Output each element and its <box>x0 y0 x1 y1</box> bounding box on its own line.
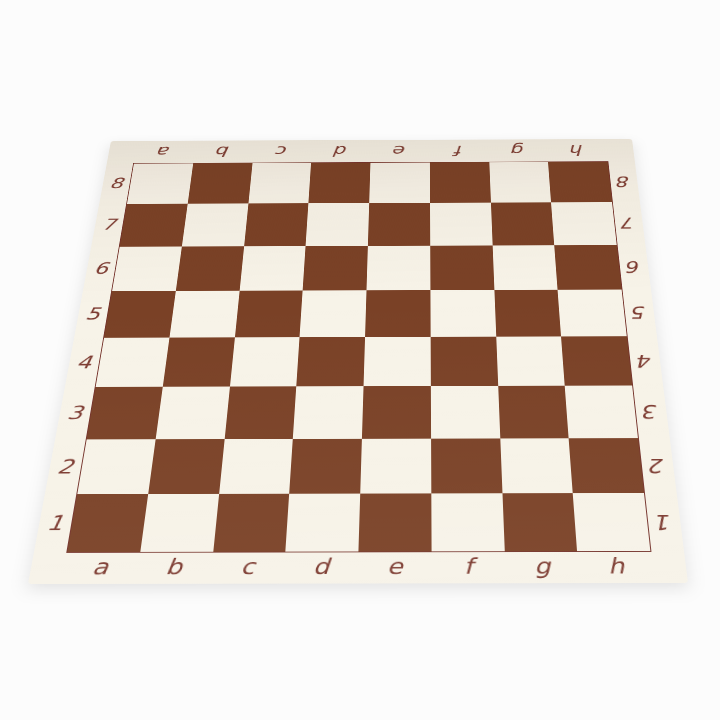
file-label-bottom-b: b <box>135 553 212 581</box>
file-label-top-g: g <box>488 139 548 160</box>
square-b5[interactable] <box>169 291 239 338</box>
rank-label-left-2-text: 2 <box>56 457 75 477</box>
square-f5[interactable] <box>430 290 496 337</box>
file-label-top-a-text: a <box>157 144 172 158</box>
file-label-top-e-text: e <box>394 143 407 157</box>
rank-label-left-3-text: 3 <box>66 404 84 423</box>
square-g8[interactable] <box>489 162 551 203</box>
square-c7[interactable] <box>244 203 309 246</box>
rank-label-left-7-text: 7 <box>101 217 117 232</box>
square-h2[interactable] <box>569 438 644 493</box>
file-label-bottom-h-text: h <box>607 555 625 577</box>
rank-label-right-8-text: 8 <box>616 174 631 188</box>
square-a6[interactable] <box>112 246 182 291</box>
square-d5[interactable] <box>300 290 367 337</box>
square-c3[interactable] <box>224 387 296 439</box>
square-c2[interactable] <box>219 439 293 494</box>
file-label-bottom-g: g <box>505 552 580 580</box>
square-c8[interactable] <box>248 163 311 204</box>
file-label-top-h: h <box>547 139 608 160</box>
square-a7[interactable] <box>120 204 188 247</box>
photo-background: abcdefgh abcdefgh 87654321 87654321 <box>0 0 720 720</box>
file-label-top-f-text: f <box>456 143 464 157</box>
rank-label-right-4: 4 <box>628 336 663 386</box>
file-label-bottom-g-text: g <box>534 555 552 577</box>
file-label-top-h-text: h <box>570 143 584 157</box>
rank-label-left-5-text: 5 <box>84 306 101 323</box>
square-g1[interactable] <box>502 493 577 551</box>
square-b1[interactable] <box>140 494 219 552</box>
rank-label-left-8-text: 8 <box>108 176 124 190</box>
square-d6[interactable] <box>303 246 368 291</box>
file-label-bottom-d-text: d <box>312 555 329 577</box>
square-a4[interactable] <box>96 338 170 387</box>
rank-label-right-2-text: 2 <box>649 456 667 476</box>
square-c1[interactable] <box>213 494 290 552</box>
file-label-bottom-c-text: c <box>240 556 256 578</box>
file-label-bottom-f: f <box>432 552 506 580</box>
file-label-bottom-b-text: b <box>165 556 184 578</box>
file-label-top-b-text: b <box>216 144 231 158</box>
square-b8[interactable] <box>187 163 252 204</box>
file-label-top-e: e <box>370 140 429 161</box>
square-f4[interactable] <box>430 337 497 387</box>
square-f2[interactable] <box>431 438 502 493</box>
square-e6[interactable] <box>367 245 431 290</box>
square-f3[interactable] <box>431 386 500 438</box>
square-d1[interactable] <box>286 493 361 551</box>
square-a3[interactable] <box>87 387 163 439</box>
square-h8[interactable] <box>548 162 612 203</box>
rank-label-left-6-text: 6 <box>93 260 110 276</box>
file-label-bottom-e-text: e <box>387 555 403 577</box>
rank-label-right-5: 5 <box>622 289 656 336</box>
rank-label-left-4-text: 4 <box>75 353 93 371</box>
square-e5[interactable] <box>365 290 430 337</box>
rank-label-left-1-text: 1 <box>45 513 65 534</box>
chess-board <box>66 161 651 553</box>
square-c4[interactable] <box>229 337 299 387</box>
rank-label-right-7: 7 <box>613 202 645 245</box>
square-a5[interactable] <box>104 291 176 338</box>
square-h4[interactable] <box>561 336 632 386</box>
square-f8[interactable] <box>430 162 491 203</box>
square-d7[interactable] <box>306 203 369 246</box>
square-c5[interactable] <box>234 290 302 337</box>
square-d8[interactable] <box>309 163 371 204</box>
rank-label-right-4-text: 4 <box>637 352 654 370</box>
file-label-bottom-c: c <box>209 552 285 580</box>
square-h6[interactable] <box>554 245 621 290</box>
rank-label-right-3-text: 3 <box>643 402 660 421</box>
square-e8[interactable] <box>369 163 430 204</box>
file-label-top-d-text: d <box>334 144 348 158</box>
square-f7[interactable] <box>430 203 492 246</box>
square-e1[interactable] <box>358 493 431 551</box>
file-label-bottom-f-text: f <box>464 555 473 577</box>
square-h5[interactable] <box>558 289 627 336</box>
rank-label-right-8: 8 <box>608 161 640 202</box>
square-e7[interactable] <box>368 203 430 246</box>
square-c6[interactable] <box>239 246 306 291</box>
file-label-top-g-text: g <box>512 143 526 157</box>
square-a2[interactable] <box>77 439 155 494</box>
rank-label-right-5-text: 5 <box>631 304 647 321</box>
file-label-bottom-d: d <box>283 552 358 580</box>
square-f1[interactable] <box>431 493 504 551</box>
file-label-bottom-a-text: a <box>91 556 110 578</box>
file-labels-top: abcdefgh <box>133 139 608 162</box>
square-h3[interactable] <box>565 386 638 438</box>
rank-label-right-6-text: 6 <box>626 259 642 275</box>
file-label-top-f: f <box>430 140 490 161</box>
file-label-bottom-a: a <box>61 553 139 581</box>
rank-label-right-7-text: 7 <box>621 215 636 230</box>
file-label-top-c-text: c <box>276 144 288 158</box>
square-b4[interactable] <box>163 337 235 386</box>
rank-label-right-3: 3 <box>633 386 670 438</box>
square-d4[interactable] <box>296 337 365 387</box>
square-f6[interactable] <box>430 245 494 290</box>
square-g6[interactable] <box>492 245 558 290</box>
square-h7[interactable] <box>551 202 616 245</box>
square-b6[interactable] <box>176 246 244 291</box>
square-g5[interactable] <box>494 290 561 337</box>
file-label-top-d: d <box>311 140 371 161</box>
square-d3[interactable] <box>293 386 363 438</box>
file-labels-bottom: abcdefgh <box>61 552 654 581</box>
square-g4[interactable] <box>496 336 565 386</box>
square-d2[interactable] <box>289 438 361 493</box>
rank-label-right-6: 6 <box>618 244 651 289</box>
square-h1[interactable] <box>573 493 650 551</box>
rank-label-right-2: 2 <box>639 438 677 493</box>
square-g7[interactable] <box>491 203 555 246</box>
square-b2[interactable] <box>148 439 224 494</box>
square-e4[interactable] <box>364 337 431 387</box>
file-label-top-a: a <box>133 141 195 162</box>
rank-label-right-1-text: 1 <box>655 512 673 533</box>
square-a1[interactable] <box>67 494 148 552</box>
chess-mat: abcdefgh abcdefgh 87654321 87654321 <box>28 139 688 584</box>
square-b7[interactable] <box>182 204 248 247</box>
square-g2[interactable] <box>500 438 573 493</box>
file-label-top-b: b <box>193 140 254 161</box>
square-e2[interactable] <box>360 438 431 493</box>
square-a8[interactable] <box>127 163 193 204</box>
rank-label-right-1: 1 <box>645 493 684 552</box>
file-label-bottom-e: e <box>358 552 432 580</box>
square-b3[interactable] <box>155 387 229 439</box>
square-e3[interactable] <box>362 386 431 438</box>
file-label-top-c: c <box>252 140 313 161</box>
file-label-bottom-h: h <box>578 552 654 580</box>
square-g3[interactable] <box>498 386 569 438</box>
